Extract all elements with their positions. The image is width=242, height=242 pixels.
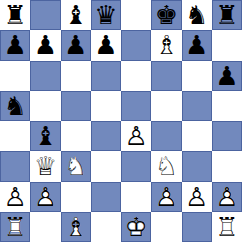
square-h7[interactable]: [212, 30, 242, 60]
square-a2[interactable]: ♟♙: [0, 182, 30, 212]
black-pawn-piece[interactable]: ♟: [212, 61, 242, 91]
piece-outline-glyph: ♘: [151, 151, 181, 181]
piece-outline-glyph: ♙: [30, 182, 60, 212]
square-c7[interactable]: ♟: [61, 30, 91, 60]
square-g1[interactable]: [182, 212, 212, 242]
square-b4[interactable]: ♝: [30, 121, 60, 151]
black-rook-piece[interactable]: ♜: [212, 0, 242, 30]
square-a1[interactable]: ♜♖: [0, 212, 30, 242]
square-g3[interactable]: [182, 151, 212, 181]
square-b5[interactable]: [30, 91, 60, 121]
piece-outline-glyph: ♔: [121, 212, 151, 242]
white-bishop-piece[interactable]: ♝♗: [61, 212, 91, 242]
white-pawn-piece[interactable]: ♟♙: [151, 182, 181, 212]
black-rook-piece[interactable]: ♜: [0, 0, 30, 30]
black-knight-piece[interactable]: ♞: [0, 91, 30, 121]
square-d8[interactable]: ♛: [91, 0, 121, 30]
square-a8[interactable]: ♜: [0, 0, 30, 30]
white-rook-piece[interactable]: ♜♖: [0, 212, 30, 242]
piece-outline-glyph: ♙: [182, 182, 212, 212]
piece-outline-glyph: ♙: [212, 182, 242, 212]
black-pawn-piece[interactable]: ♟: [182, 30, 212, 60]
square-d1[interactable]: [91, 212, 121, 242]
piece-outline-glyph: ♙: [0, 182, 30, 212]
square-b2[interactable]: ♟♙: [30, 182, 60, 212]
square-h4[interactable]: [212, 121, 242, 151]
square-c4[interactable]: [61, 121, 91, 151]
square-h8[interactable]: ♜: [212, 0, 242, 30]
square-h2[interactable]: ♟♙: [212, 182, 242, 212]
square-d2[interactable]: [91, 182, 121, 212]
white-queen-piece[interactable]: ♛♕: [30, 151, 60, 181]
square-e4[interactable]: ♟♙: [121, 121, 151, 151]
square-g4[interactable]: [182, 121, 212, 151]
white-rook-piece[interactable]: ♜♖: [212, 212, 242, 242]
square-e8[interactable]: [121, 0, 151, 30]
square-f6[interactable]: [151, 61, 181, 91]
square-f3[interactable]: ♞♘: [151, 151, 181, 181]
square-c6[interactable]: [61, 61, 91, 91]
square-a3[interactable]: [0, 151, 30, 181]
white-pawn-piece[interactable]: ♟♙: [121, 121, 151, 151]
black-bishop-piece[interactable]: ♝: [61, 0, 91, 30]
square-g5[interactable]: [182, 91, 212, 121]
square-a5[interactable]: ♞: [0, 91, 30, 121]
square-g8[interactable]: ♞: [182, 0, 212, 30]
square-e5[interactable]: [121, 91, 151, 121]
square-g2[interactable]: ♟♙: [182, 182, 212, 212]
square-h6[interactable]: ♟: [212, 61, 242, 91]
black-pawn-piece[interactable]: ♟: [30, 30, 60, 60]
square-e1[interactable]: ♚♔: [121, 212, 151, 242]
white-knight-piece[interactable]: ♞♘: [151, 151, 181, 181]
square-a7[interactable]: ♟: [0, 30, 30, 60]
square-h1[interactable]: ♜♖: [212, 212, 242, 242]
chess-board: ♜♝♛♚♞♜♟♟♟♟♝♗♟♟♞♝♟♙♛♕♞♘♞♘♟♙♟♙♟♙♟♙♟♙♜♖♝♗♚♔…: [0, 0, 242, 242]
square-h3[interactable]: [212, 151, 242, 181]
white-king-piece[interactable]: ♚♔: [121, 212, 151, 242]
square-e7[interactable]: [121, 30, 151, 60]
black-pawn-piece[interactable]: ♟: [0, 30, 30, 60]
black-king-piece[interactable]: ♚: [151, 0, 181, 30]
square-f5[interactable]: [151, 91, 181, 121]
piece-outline-glyph: ♗: [61, 212, 91, 242]
white-pawn-piece[interactable]: ♟♙: [30, 182, 60, 212]
square-b3[interactable]: ♛♕: [30, 151, 60, 181]
piece-outline-glyph: ♘: [61, 151, 91, 181]
square-b1[interactable]: [30, 212, 60, 242]
square-f4[interactable]: [151, 121, 181, 151]
piece-outline-glyph: ♖: [212, 212, 242, 242]
square-c8[interactable]: ♝: [61, 0, 91, 30]
square-e6[interactable]: [121, 61, 151, 91]
square-e3[interactable]: [121, 151, 151, 181]
square-d5[interactable]: [91, 91, 121, 121]
black-pawn-piece[interactable]: ♟: [61, 30, 91, 60]
square-c3[interactable]: ♞♘: [61, 151, 91, 181]
square-b7[interactable]: ♟: [30, 30, 60, 60]
square-b8[interactable]: [30, 0, 60, 30]
square-d6[interactable]: [91, 61, 121, 91]
white-pawn-piece[interactable]: ♟♙: [0, 182, 30, 212]
square-f2[interactable]: ♟♙: [151, 182, 181, 212]
square-g6[interactable]: [182, 61, 212, 91]
square-f8[interactable]: ♚: [151, 0, 181, 30]
square-d7[interactable]: ♟: [91, 30, 121, 60]
square-c2[interactable]: [61, 182, 91, 212]
square-a4[interactable]: [0, 121, 30, 151]
square-a6[interactable]: [0, 61, 30, 91]
black-pawn-piece[interactable]: ♟: [91, 30, 121, 60]
black-bishop-piece[interactable]: ♝: [30, 121, 60, 151]
black-queen-piece[interactable]: ♛: [91, 0, 121, 30]
square-c5[interactable]: [61, 91, 91, 121]
piece-outline-glyph: ♕: [30, 151, 60, 181]
white-knight-piece[interactable]: ♞♘: [61, 151, 91, 181]
square-b6[interactable]: [30, 61, 60, 91]
piece-outline-glyph: ♖: [0, 212, 30, 242]
piece-outline-glyph: ♙: [151, 182, 181, 212]
white-pawn-piece[interactable]: ♟♙: [212, 182, 242, 212]
square-h5[interactable]: [212, 91, 242, 121]
square-f7[interactable]: ♝♗: [151, 30, 181, 60]
square-d3[interactable]: [91, 151, 121, 181]
white-pawn-piece[interactable]: ♟♙: [182, 182, 212, 212]
square-f1[interactable]: [151, 212, 181, 242]
square-d4[interactable]: [91, 121, 121, 151]
square-e2[interactable]: [121, 182, 151, 212]
piece-outline-glyph: ♙: [121, 121, 151, 151]
square-g7[interactable]: ♟: [182, 30, 212, 60]
black-knight-piece[interactable]: ♞: [182, 0, 212, 30]
piece-outline-glyph: ♗: [151, 30, 181, 60]
white-bishop-piece[interactable]: ♝♗: [151, 30, 181, 60]
square-c1[interactable]: ♝♗: [61, 212, 91, 242]
